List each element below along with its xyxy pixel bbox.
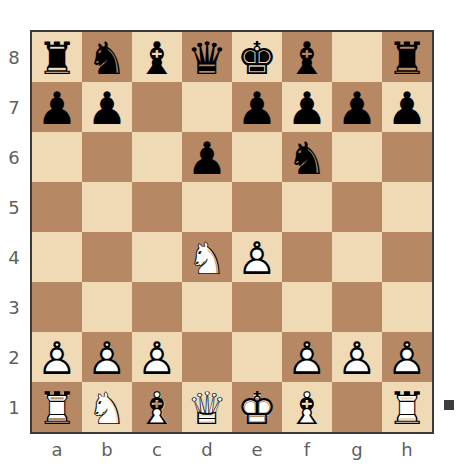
piece-white-king[interactable]: ♚♔ — [232, 383, 282, 433]
file-labels: a b c d e f g h — [32, 438, 432, 462]
square-a8[interactable]: ♜ — [32, 32, 82, 82]
square-e3[interactable] — [232, 282, 282, 332]
piece-outline: ♙ — [382, 333, 432, 383]
piece-outline: ♙ — [282, 333, 332, 383]
rank-label-3: 3 — [0, 282, 28, 332]
chess-diagram: 8 7 6 5 4 3 2 1 ♜♞♝♛♚♝♜♟♟♟♟♟♟♟♞♞♘♟♙♟♙♟♙♟… — [0, 0, 464, 464]
piece-white-rook[interactable]: ♜♖ — [382, 383, 432, 433]
square-d7[interactable] — [182, 82, 232, 132]
piece-outline: ♗ — [132, 383, 182, 433]
piece-outline: ♔ — [232, 383, 282, 433]
square-g5[interactable] — [332, 182, 382, 232]
piece-white-pawn[interactable]: ♟♙ — [332, 333, 382, 383]
piece-white-knight[interactable]: ♞♘ — [182, 233, 232, 283]
piece-white-pawn[interactable]: ♟♙ — [132, 333, 182, 383]
file-label-g: g — [332, 438, 382, 462]
piece-black-queen[interactable]: ♛ — [182, 33, 232, 83]
piece-outline: ♙ — [32, 333, 82, 383]
rank-label-4: 4 — [0, 232, 28, 282]
square-f3[interactable] — [282, 282, 332, 332]
file-label-b: b — [82, 438, 132, 462]
piece-white-knight[interactable]: ♞♘ — [82, 383, 132, 433]
square-b2[interactable]: ♟♙ — [82, 332, 132, 382]
square-d1[interactable]: ♛♕ — [182, 382, 232, 432]
piece-outline: ♕ — [182, 383, 232, 433]
square-a6[interactable] — [32, 132, 82, 182]
square-a4[interactable] — [32, 232, 82, 282]
square-a7[interactable]: ♟ — [32, 82, 82, 132]
square-e4[interactable]: ♟♙ — [232, 232, 282, 282]
square-h5[interactable] — [382, 182, 432, 232]
rank-label-7: 7 — [0, 82, 28, 132]
square-c1[interactable]: ♝♗ — [132, 382, 182, 432]
rank-label-2: 2 — [0, 332, 28, 382]
piece-outline: ♙ — [132, 333, 182, 383]
piece-outline: ♘ — [182, 233, 232, 283]
square-e5[interactable] — [232, 182, 282, 232]
square-f6[interactable]: ♞ — [282, 132, 332, 182]
piece-black-knight[interactable]: ♞ — [82, 33, 132, 83]
square-f8[interactable]: ♝ — [282, 32, 332, 82]
piece-outline: ♘ — [82, 383, 132, 433]
square-h7[interactable]: ♟ — [382, 82, 432, 132]
piece-outline: ♙ — [82, 333, 132, 383]
square-c7[interactable] — [132, 82, 182, 132]
file-label-h: h — [382, 438, 432, 462]
square-b1[interactable]: ♞♘ — [82, 382, 132, 432]
piece-black-pawn[interactable]: ♟ — [332, 83, 382, 133]
square-h3[interactable] — [382, 282, 432, 332]
piece-black-pawn[interactable]: ♟ — [232, 83, 282, 133]
square-f4[interactable] — [282, 232, 332, 282]
square-g4[interactable] — [332, 232, 382, 282]
square-f1[interactable]: ♝♗ — [282, 382, 332, 432]
square-g1[interactable] — [332, 382, 382, 432]
square-b5[interactable] — [82, 182, 132, 232]
square-b7[interactable]: ♟ — [82, 82, 132, 132]
square-c5[interactable] — [132, 182, 182, 232]
rank-label-6: 6 — [0, 132, 28, 182]
piece-white-pawn[interactable]: ♟♙ — [82, 333, 132, 383]
square-e2[interactable] — [232, 332, 282, 382]
square-g7[interactable]: ♟ — [332, 82, 382, 132]
piece-black-pawn[interactable]: ♟ — [32, 83, 82, 133]
square-c6[interactable] — [132, 132, 182, 182]
square-e7[interactable]: ♟ — [232, 82, 282, 132]
piece-outline: ♗ — [282, 383, 332, 433]
piece-white-queen[interactable]: ♛♕ — [182, 383, 232, 433]
square-f5[interactable] — [282, 182, 332, 232]
piece-black-pawn[interactable]: ♟ — [382, 83, 432, 133]
square-h4[interactable] — [382, 232, 432, 282]
piece-black-king[interactable]: ♚ — [232, 33, 282, 83]
rank-label-1: 1 — [0, 382, 28, 432]
square-g3[interactable] — [332, 282, 382, 332]
piece-black-rook[interactable]: ♜ — [32, 33, 82, 83]
square-e6[interactable] — [232, 132, 282, 182]
piece-black-pawn[interactable]: ♟ — [282, 83, 332, 133]
file-label-e: e — [232, 438, 282, 462]
file-label-a: a — [32, 438, 82, 462]
piece-black-bishop[interactable]: ♝ — [132, 33, 182, 83]
rank-label-8: 8 — [0, 32, 28, 82]
square-f7[interactable]: ♟ — [282, 82, 332, 132]
file-label-f: f — [282, 438, 332, 462]
rank-label-5: 5 — [0, 182, 28, 232]
piece-white-pawn[interactable]: ♟♙ — [282, 333, 332, 383]
piece-black-pawn[interactable]: ♟ — [182, 133, 232, 183]
square-g2[interactable]: ♟♙ — [332, 332, 382, 382]
square-e1[interactable]: ♚♔ — [232, 382, 282, 432]
piece-black-pawn[interactable]: ♟ — [82, 83, 132, 133]
square-d2[interactable] — [182, 332, 232, 382]
piece-black-rook[interactable]: ♜ — [382, 33, 432, 83]
square-h2[interactable]: ♟♙ — [382, 332, 432, 382]
square-h1[interactable]: ♜♖ — [382, 382, 432, 432]
square-f2[interactable]: ♟♙ — [282, 332, 332, 382]
square-b3[interactable] — [82, 282, 132, 332]
piece-white-pawn[interactable]: ♟♙ — [382, 333, 432, 383]
piece-white-pawn[interactable]: ♟♙ — [32, 333, 82, 383]
square-d3[interactable] — [182, 282, 232, 332]
square-g6[interactable] — [332, 132, 382, 182]
piece-outline: ♙ — [332, 333, 382, 383]
piece-white-pawn[interactable]: ♟♙ — [232, 233, 282, 283]
move-indicator-square — [444, 400, 454, 410]
square-b4[interactable] — [82, 232, 132, 282]
square-d6[interactable]: ♟ — [182, 132, 232, 182]
square-a1[interactable]: ♜♖ — [32, 382, 82, 432]
square-g8[interactable] — [332, 32, 382, 82]
square-b6[interactable] — [82, 132, 132, 182]
rank-labels: 8 7 6 5 4 3 2 1 — [0, 32, 28, 432]
piece-black-knight[interactable]: ♞ — [282, 133, 332, 183]
square-d5[interactable] — [182, 182, 232, 232]
square-h8[interactable]: ♜ — [382, 32, 432, 82]
square-c8[interactable]: ♝ — [132, 32, 182, 82]
file-label-d: d — [182, 438, 232, 462]
chess-board[interactable]: ♜♞♝♛♚♝♜♟♟♟♟♟♟♟♞♞♘♟♙♟♙♟♙♟♙♟♙♟♙♟♙♜♖♞♘♝♗♛♕♚… — [30, 30, 434, 434]
piece-white-rook[interactable]: ♜♖ — [32, 383, 82, 433]
square-c2[interactable]: ♟♙ — [132, 332, 182, 382]
piece-white-bishop[interactable]: ♝♗ — [282, 383, 332, 433]
piece-outline: ♖ — [32, 383, 82, 433]
file-label-c: c — [132, 438, 182, 462]
piece-black-bishop[interactable]: ♝ — [282, 33, 332, 83]
square-e8[interactable]: ♚ — [232, 32, 282, 82]
piece-outline: ♙ — [232, 233, 282, 283]
square-b8[interactable]: ♞ — [82, 32, 132, 82]
square-a3[interactable] — [32, 282, 82, 332]
square-c3[interactable] — [132, 282, 182, 332]
square-d8[interactable]: ♛ — [182, 32, 232, 82]
square-d4[interactable]: ♞♘ — [182, 232, 232, 282]
square-h6[interactable] — [382, 132, 432, 182]
piece-white-bishop[interactable]: ♝♗ — [132, 383, 182, 433]
square-a5[interactable] — [32, 182, 82, 232]
square-a2[interactable]: ♟♙ — [32, 332, 82, 382]
piece-outline: ♖ — [382, 383, 432, 433]
square-c4[interactable] — [132, 232, 182, 282]
